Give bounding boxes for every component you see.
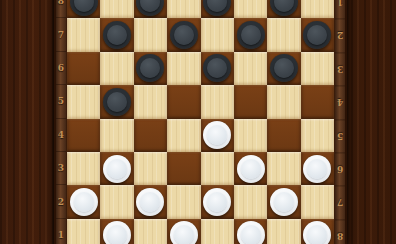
dark-piece-a8[interactable] xyxy=(70,0,98,16)
square-h7[interactable] xyxy=(301,18,334,51)
white-piece-e2[interactable] xyxy=(203,188,231,216)
dark-piece-c6[interactable] xyxy=(136,54,164,82)
square-b7[interactable] xyxy=(100,18,133,51)
rank-label-right-6: 6 xyxy=(335,152,345,185)
square-c2[interactable] xyxy=(134,185,167,218)
square-a2[interactable] xyxy=(67,185,100,218)
square-g8[interactable] xyxy=(267,0,300,18)
square-g3[interactable] xyxy=(267,152,300,185)
square-a7[interactable] xyxy=(67,18,100,51)
white-piece-g2[interactable] xyxy=(270,188,298,216)
rank-label-right-5: 5 xyxy=(335,119,345,152)
rank-label-left-1: 1 xyxy=(56,219,66,244)
square-h6[interactable] xyxy=(301,52,334,85)
square-b2[interactable] xyxy=(100,185,133,218)
square-f1[interactable] xyxy=(234,219,267,244)
checkers-app-window: 87654321 12345678 xyxy=(0,0,396,244)
square-d1[interactable] xyxy=(167,219,200,244)
square-d4[interactable] xyxy=(167,119,200,152)
square-e1[interactable] xyxy=(201,219,234,244)
square-b1[interactable] xyxy=(100,219,133,244)
rank-label-left-6: 6 xyxy=(56,52,66,85)
square-f6[interactable] xyxy=(234,52,267,85)
dark-piece-g8[interactable] xyxy=(270,0,298,16)
square-h8[interactable] xyxy=(301,0,334,18)
white-piece-a2[interactable] xyxy=(70,188,98,216)
white-piece-b1[interactable] xyxy=(103,221,131,244)
white-piece-f3[interactable] xyxy=(237,155,265,183)
checkers-board: 87654321 12345678 xyxy=(54,0,347,244)
square-b6[interactable] xyxy=(100,52,133,85)
square-c4[interactable] xyxy=(134,119,167,152)
square-c1[interactable] xyxy=(134,219,167,244)
rank-label-left-2: 2 xyxy=(56,185,66,218)
square-a5[interactable] xyxy=(67,85,100,118)
white-piece-c2[interactable] xyxy=(136,188,164,216)
square-e6[interactable] xyxy=(201,52,234,85)
square-f8[interactable] xyxy=(234,0,267,18)
rank-label-left-5: 5 xyxy=(56,85,66,118)
rank-label-left-7: 7 xyxy=(56,18,66,51)
square-f7[interactable] xyxy=(234,18,267,51)
square-g2[interactable] xyxy=(267,185,300,218)
square-g5[interactable] xyxy=(267,85,300,118)
square-h2[interactable] xyxy=(301,185,334,218)
white-piece-h3[interactable] xyxy=(303,155,331,183)
square-d6[interactable] xyxy=(167,52,200,85)
white-piece-h1[interactable] xyxy=(303,221,331,244)
rank-label-left-3: 3 xyxy=(56,152,66,185)
white-piece-b3[interactable] xyxy=(103,155,131,183)
square-a8[interactable] xyxy=(67,0,100,18)
rank-label-right-8: 8 xyxy=(335,219,345,244)
square-d5[interactable] xyxy=(167,85,200,118)
square-c5[interactable] xyxy=(134,85,167,118)
square-g7[interactable] xyxy=(267,18,300,51)
dark-piece-b7[interactable] xyxy=(103,21,131,49)
white-piece-f1[interactable] xyxy=(237,221,265,244)
square-e8[interactable] xyxy=(201,0,234,18)
rank-label-left-4: 4 xyxy=(56,119,66,152)
square-d2[interactable] xyxy=(167,185,200,218)
square-f3[interactable] xyxy=(234,152,267,185)
left-rank-strip: 87654321 xyxy=(54,0,67,244)
dark-piece-h7[interactable] xyxy=(303,21,331,49)
square-b8[interactable] xyxy=(100,0,133,18)
dark-piece-f7[interactable] xyxy=(237,21,265,49)
square-c3[interactable] xyxy=(134,152,167,185)
dark-piece-g6[interactable] xyxy=(270,54,298,82)
square-c8[interactable] xyxy=(134,0,167,18)
square-a6[interactable] xyxy=(67,52,100,85)
square-e7[interactable] xyxy=(201,18,234,51)
right-rank-strip: 12345678 xyxy=(334,0,347,244)
square-a4[interactable] xyxy=(67,119,100,152)
square-h5[interactable] xyxy=(301,85,334,118)
dark-piece-d7[interactable] xyxy=(170,21,198,49)
square-e4[interactable] xyxy=(201,119,234,152)
square-b5[interactable] xyxy=(100,85,133,118)
square-h3[interactable] xyxy=(301,152,334,185)
square-d8[interactable] xyxy=(167,0,200,18)
square-c6[interactable] xyxy=(134,52,167,85)
square-g6[interactable] xyxy=(267,52,300,85)
dark-piece-e6[interactable] xyxy=(203,54,231,82)
white-piece-d1[interactable] xyxy=(170,221,198,244)
square-g1[interactable] xyxy=(267,219,300,244)
square-e3[interactable] xyxy=(201,152,234,185)
square-b4[interactable] xyxy=(100,119,133,152)
square-f5[interactable] xyxy=(234,85,267,118)
square-f2[interactable] xyxy=(234,185,267,218)
rank-label-right-2: 2 xyxy=(335,18,345,51)
square-e2[interactable] xyxy=(201,185,234,218)
square-h4[interactable] xyxy=(301,119,334,152)
rank-label-right-4: 4 xyxy=(335,85,345,118)
dark-piece-c8[interactable] xyxy=(136,0,164,16)
square-e5[interactable] xyxy=(201,85,234,118)
square-a1[interactable] xyxy=(67,219,100,244)
square-f4[interactable] xyxy=(234,119,267,152)
board-grid xyxy=(67,0,334,244)
square-g4[interactable] xyxy=(267,119,300,152)
square-b3[interactable] xyxy=(100,152,133,185)
white-piece-e4[interactable] xyxy=(203,121,231,149)
rank-label-right-3: 3 xyxy=(335,52,345,85)
rank-label-right-1: 1 xyxy=(335,0,345,18)
rank-label-right-7: 7 xyxy=(335,185,345,218)
square-a3[interactable] xyxy=(67,152,100,185)
dark-piece-e8[interactable] xyxy=(203,0,231,16)
square-d7[interactable] xyxy=(167,18,200,51)
square-h1[interactable] xyxy=(301,219,334,244)
square-c7[interactable] xyxy=(134,18,167,51)
dark-piece-b5[interactable] xyxy=(103,88,131,116)
square-d3[interactable] xyxy=(167,152,200,185)
rank-label-left-8: 8 xyxy=(56,0,66,18)
